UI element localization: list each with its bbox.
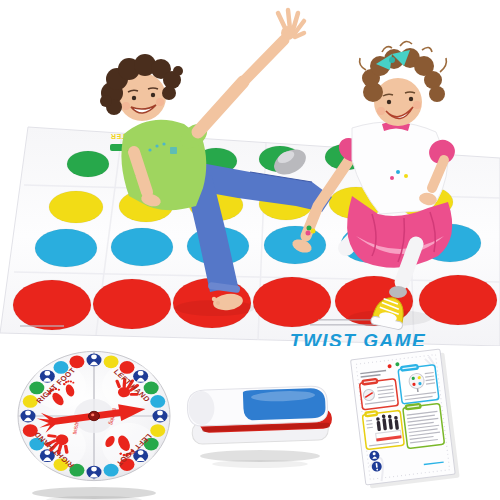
rim-dot-blue bbox=[104, 464, 119, 477]
mat-dot-yellow bbox=[49, 191, 103, 223]
sheet-section-red bbox=[359, 376, 398, 410]
mat-dot-blue bbox=[35, 229, 97, 267]
mat-dot-red bbox=[93, 279, 171, 329]
mat-scene: TWISTER bbox=[0, 0, 500, 346]
sheet-section-green bbox=[402, 400, 444, 448]
mat-dot-blue bbox=[111, 228, 173, 266]
rim-dot-yellow bbox=[150, 424, 165, 437]
spinner-hub bbox=[89, 411, 100, 420]
instruction-sheet bbox=[344, 342, 462, 494]
spinner-svg: RIGHT FOOT LEFT HAND LEFT FOOT RIGHT HAN… bbox=[6, 344, 178, 500]
sheet-section-blue bbox=[398, 362, 439, 404]
mat-dot-red bbox=[13, 280, 91, 330]
folded-mat bbox=[180, 378, 340, 474]
rim-dot-yellow bbox=[104, 355, 119, 368]
mat-scene-svg: TWISTER bbox=[0, 0, 500, 346]
instruction-sheet-svg bbox=[344, 342, 462, 494]
sheet-section-yellow bbox=[362, 407, 404, 449]
product-photo: TWISTER bbox=[0, 0, 500, 500]
rim-dot-red bbox=[69, 355, 84, 368]
copyright-line bbox=[20, 325, 64, 327]
spinner: RIGHT FOOT LEFT HAND LEFT FOOT RIGHT HAN… bbox=[6, 344, 178, 500]
boy-hand-spread bbox=[278, 10, 304, 40]
mat-dot-green bbox=[67, 151, 109, 177]
folded-mat-svg bbox=[180, 378, 340, 474]
